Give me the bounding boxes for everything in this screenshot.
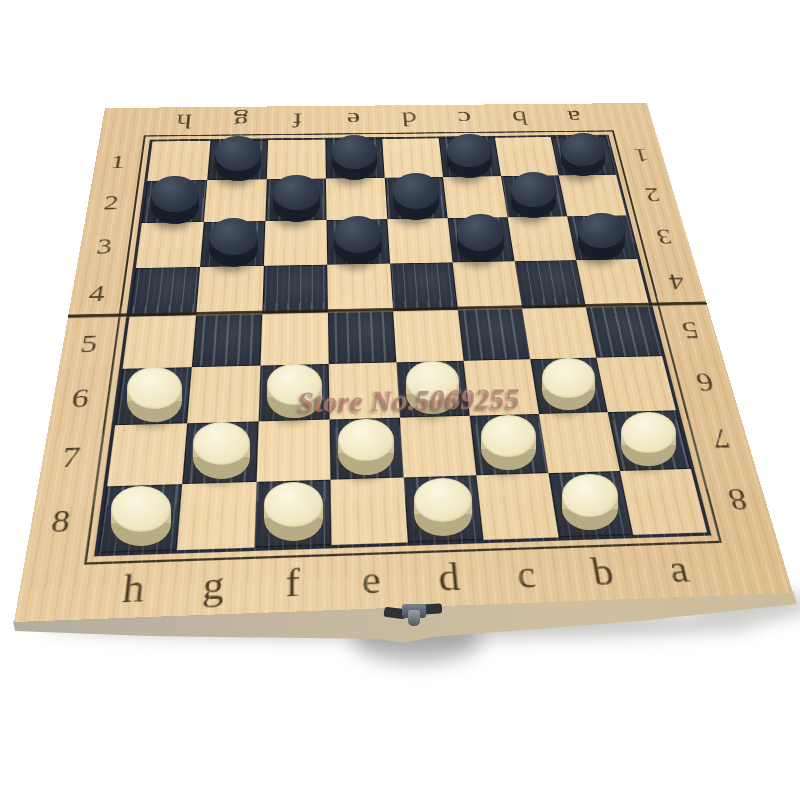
square-c8[interactable] bbox=[476, 473, 558, 540]
square-h3[interactable] bbox=[136, 222, 204, 268]
rank-label-left-6: 6 bbox=[70, 384, 91, 411]
square-c6[interactable] bbox=[464, 359, 539, 416]
file-label-top-h: h bbox=[175, 111, 193, 131]
file-label-bottom-d: d bbox=[437, 558, 461, 597]
square-c3[interactable] bbox=[448, 217, 515, 262]
square-g2[interactable] bbox=[204, 179, 267, 222]
rank-label-left-3: 3 bbox=[95, 235, 114, 257]
square-c7[interactable] bbox=[470, 414, 549, 475]
square-h6[interactable] bbox=[115, 367, 192, 425]
checkers-board: hhggffeeddccbbaa1122334455667788 bbox=[14, 103, 793, 622]
square-d3[interactable] bbox=[387, 218, 452, 263]
square-g3[interactable] bbox=[200, 221, 265, 267]
square-d1[interactable] bbox=[382, 138, 443, 177]
square-e8[interactable] bbox=[330, 477, 407, 545]
square-d7[interactable] bbox=[400, 416, 476, 478]
square-c1[interactable] bbox=[439, 138, 501, 177]
square-f6[interactable] bbox=[259, 364, 330, 421]
square-e7[interactable] bbox=[330, 418, 404, 480]
square-g8[interactable] bbox=[177, 482, 257, 550]
square-d6[interactable] bbox=[396, 361, 469, 418]
square-e4[interactable] bbox=[327, 264, 393, 313]
rank-label-right-4: 4 bbox=[666, 270, 687, 292]
file-label-top-e: e bbox=[346, 109, 360, 129]
square-b1[interactable] bbox=[495, 137, 559, 176]
square-f8[interactable] bbox=[254, 480, 331, 548]
product-photo: hhggffeeddccbbaa1122334455667788 Store N… bbox=[0, 0, 800, 800]
clasp-shadow bbox=[352, 616, 482, 662]
square-b5[interactable] bbox=[522, 307, 596, 359]
square-e2[interactable] bbox=[326, 178, 387, 220]
rank-label-right-8: 8 bbox=[725, 484, 750, 515]
coordinate-labels: hhggffeeddccbbaa1122334455667788 bbox=[105, 103, 647, 108]
square-b2[interactable] bbox=[501, 175, 567, 217]
rank-label-left-2: 2 bbox=[103, 192, 121, 212]
rank-label-left-7: 7 bbox=[60, 442, 82, 472]
square-b3[interactable] bbox=[508, 216, 577, 261]
file-label-bottom-e: e bbox=[361, 561, 381, 600]
playing-field-border bbox=[84, 130, 722, 564]
square-f5[interactable] bbox=[261, 312, 329, 365]
square-e1[interactable] bbox=[325, 139, 384, 179]
rank-label-right-6: 6 bbox=[693, 369, 716, 395]
rank-label-left-1: 1 bbox=[109, 152, 126, 171]
square-d4[interactable] bbox=[390, 262, 458, 311]
clasp-knob bbox=[408, 610, 420, 626]
file-label-top-b: b bbox=[510, 108, 528, 128]
square-a8[interactable] bbox=[620, 469, 707, 535]
square-g7[interactable] bbox=[182, 421, 258, 484]
rank-label-left-4: 4 bbox=[87, 281, 106, 304]
square-b6[interactable] bbox=[530, 358, 607, 414]
square-a3[interactable] bbox=[567, 215, 637, 260]
square-g6[interactable] bbox=[187, 366, 260, 424]
square-e3[interactable] bbox=[327, 219, 391, 264]
file-label-top-d: d bbox=[400, 109, 417, 129]
square-g4[interactable] bbox=[196, 266, 264, 315]
square-a4[interactable] bbox=[576, 259, 649, 307]
square-f1[interactable] bbox=[267, 140, 326, 180]
rank-label-left-8: 8 bbox=[49, 504, 72, 536]
file-label-top-c: c bbox=[456, 108, 472, 128]
square-f3[interactable] bbox=[264, 220, 327, 266]
square-d5[interactable] bbox=[393, 310, 463, 363]
square-h4[interactable] bbox=[129, 267, 200, 317]
square-f7[interactable] bbox=[257, 420, 331, 482]
square-d8[interactable] bbox=[404, 475, 484, 542]
square-h2[interactable] bbox=[142, 180, 207, 223]
rank-label-left-5: 5 bbox=[79, 331, 99, 356]
file-label-bottom-c: c bbox=[514, 556, 538, 595]
file-label-bottom-g: g bbox=[201, 566, 225, 606]
rank-label-right-3: 3 bbox=[654, 226, 674, 247]
square-c4[interactable] bbox=[453, 261, 523, 310]
square-f4[interactable] bbox=[262, 265, 328, 314]
rank-label-right-5: 5 bbox=[679, 318, 701, 342]
playing-field-inner-border bbox=[94, 135, 711, 557]
file-label-bottom-b: b bbox=[589, 553, 617, 592]
square-c5[interactable] bbox=[458, 308, 530, 360]
file-label-top-g: g bbox=[232, 110, 248, 130]
board-grid bbox=[98, 136, 707, 552]
square-e5[interactable] bbox=[328, 311, 396, 364]
file-label-top-f: f bbox=[292, 110, 302, 130]
square-g1[interactable] bbox=[207, 140, 268, 180]
rank-label-right-1: 1 bbox=[632, 146, 650, 164]
square-d2[interactable] bbox=[385, 177, 448, 219]
square-a5[interactable] bbox=[586, 306, 662, 358]
file-label-bottom-f: f bbox=[285, 564, 300, 603]
square-b7[interactable] bbox=[539, 412, 620, 473]
square-g5[interactable] bbox=[192, 314, 262, 367]
square-h1[interactable] bbox=[147, 141, 210, 181]
square-a7[interactable] bbox=[608, 410, 691, 471]
square-b8[interactable] bbox=[548, 471, 633, 537]
square-h5[interactable] bbox=[123, 315, 197, 369]
rank-label-right-2: 2 bbox=[643, 185, 662, 205]
square-a6[interactable] bbox=[596, 356, 675, 412]
square-f2[interactable] bbox=[265, 179, 326, 222]
file-label-bottom-h: h bbox=[121, 569, 147, 609]
square-a2[interactable] bbox=[559, 175, 627, 217]
rank-label-right-7: 7 bbox=[709, 424, 733, 452]
file-label-bottom-a: a bbox=[665, 550, 692, 588]
clasp-left-wing bbox=[383, 607, 406, 620]
square-e6[interactable] bbox=[329, 362, 400, 419]
square-a1[interactable] bbox=[551, 136, 616, 175]
square-h7[interactable] bbox=[107, 423, 187, 486]
square-h8[interactable] bbox=[98, 484, 182, 553]
file-label-top-a: a bbox=[565, 107, 583, 127]
square-b4[interactable] bbox=[515, 260, 586, 308]
square-c2[interactable] bbox=[443, 176, 508, 218]
